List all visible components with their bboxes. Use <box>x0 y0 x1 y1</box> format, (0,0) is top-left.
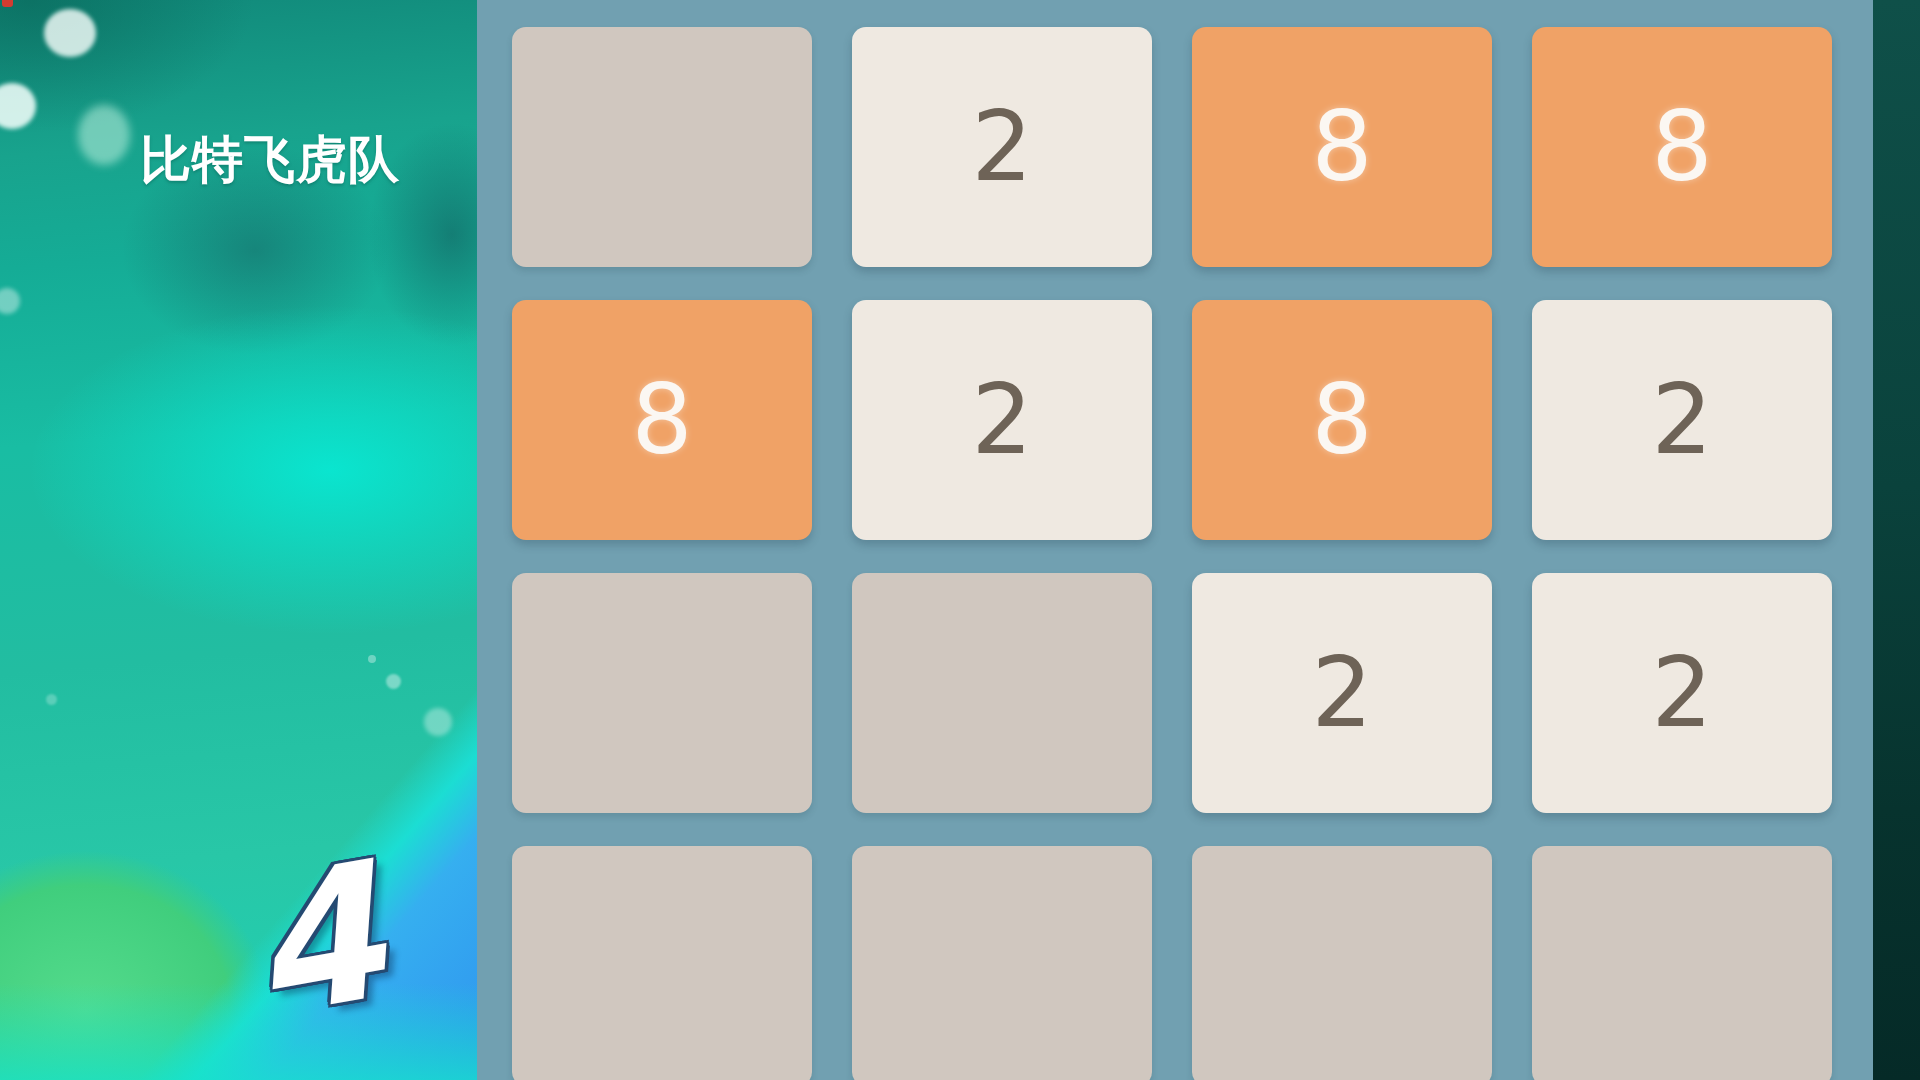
background-bubble <box>424 708 452 736</box>
background-bubble <box>0 288 20 314</box>
tile-value: 8 <box>1651 99 1712 195</box>
background-bubble <box>78 105 130 165</box>
team-label: 比特飞虎队 <box>140 126 400 195</box>
tile-8-r1c3: 8 <box>1192 27 1492 267</box>
cell-r1c1-empty <box>512 27 812 267</box>
tile-value: 2 <box>1651 372 1712 468</box>
cell-r4c1-empty <box>512 846 812 1080</box>
tile-8-r2c1: 8 <box>512 300 812 540</box>
tile-2-r2c4: 2 <box>1532 300 1832 540</box>
cell-r4c4-empty <box>1532 846 1832 1080</box>
red-corner-mark <box>2 0 13 7</box>
tile-value: 2 <box>1651 645 1712 741</box>
cell-r3c1-empty <box>512 573 812 813</box>
game-board[interactable]: 288828222 <box>477 0 1873 1080</box>
tile-8-r2c3: 8 <box>1192 300 1492 540</box>
board-grid[interactable]: 288828222 <box>512 27 1832 1080</box>
tile-2-r1c2: 2 <box>852 27 1152 267</box>
background-bubble <box>368 655 376 663</box>
background-scene: 比特飞虎队 4 <box>0 0 477 1080</box>
tile-value: 2 <box>971 372 1032 468</box>
cell-r3c2-empty <box>852 573 1152 813</box>
background-bubble <box>0 83 36 129</box>
tile-value: 8 <box>631 372 692 468</box>
screen: 比特飞虎队 4 288828222 <box>0 0 1920 1080</box>
background-bubble <box>46 694 57 705</box>
tile-2-r3c4: 2 <box>1532 573 1832 813</box>
background-bubble <box>44 9 96 57</box>
tile-2-r3c3: 2 <box>1192 573 1492 813</box>
tile-value: 8 <box>1311 99 1372 195</box>
background-bubble <box>386 674 401 689</box>
tile-value: 8 <box>1311 372 1372 468</box>
corner-number-4: 4 <box>212 829 418 1051</box>
tile-value: 2 <box>971 99 1032 195</box>
tile-8-r1c4: 8 <box>1532 27 1832 267</box>
tile-2-r2c2: 2 <box>852 300 1152 540</box>
right-edge-strip <box>1873 0 1920 1080</box>
cell-r4c3-empty <box>1192 846 1492 1080</box>
tile-value: 2 <box>1311 645 1372 741</box>
cell-r4c2-empty <box>852 846 1152 1080</box>
